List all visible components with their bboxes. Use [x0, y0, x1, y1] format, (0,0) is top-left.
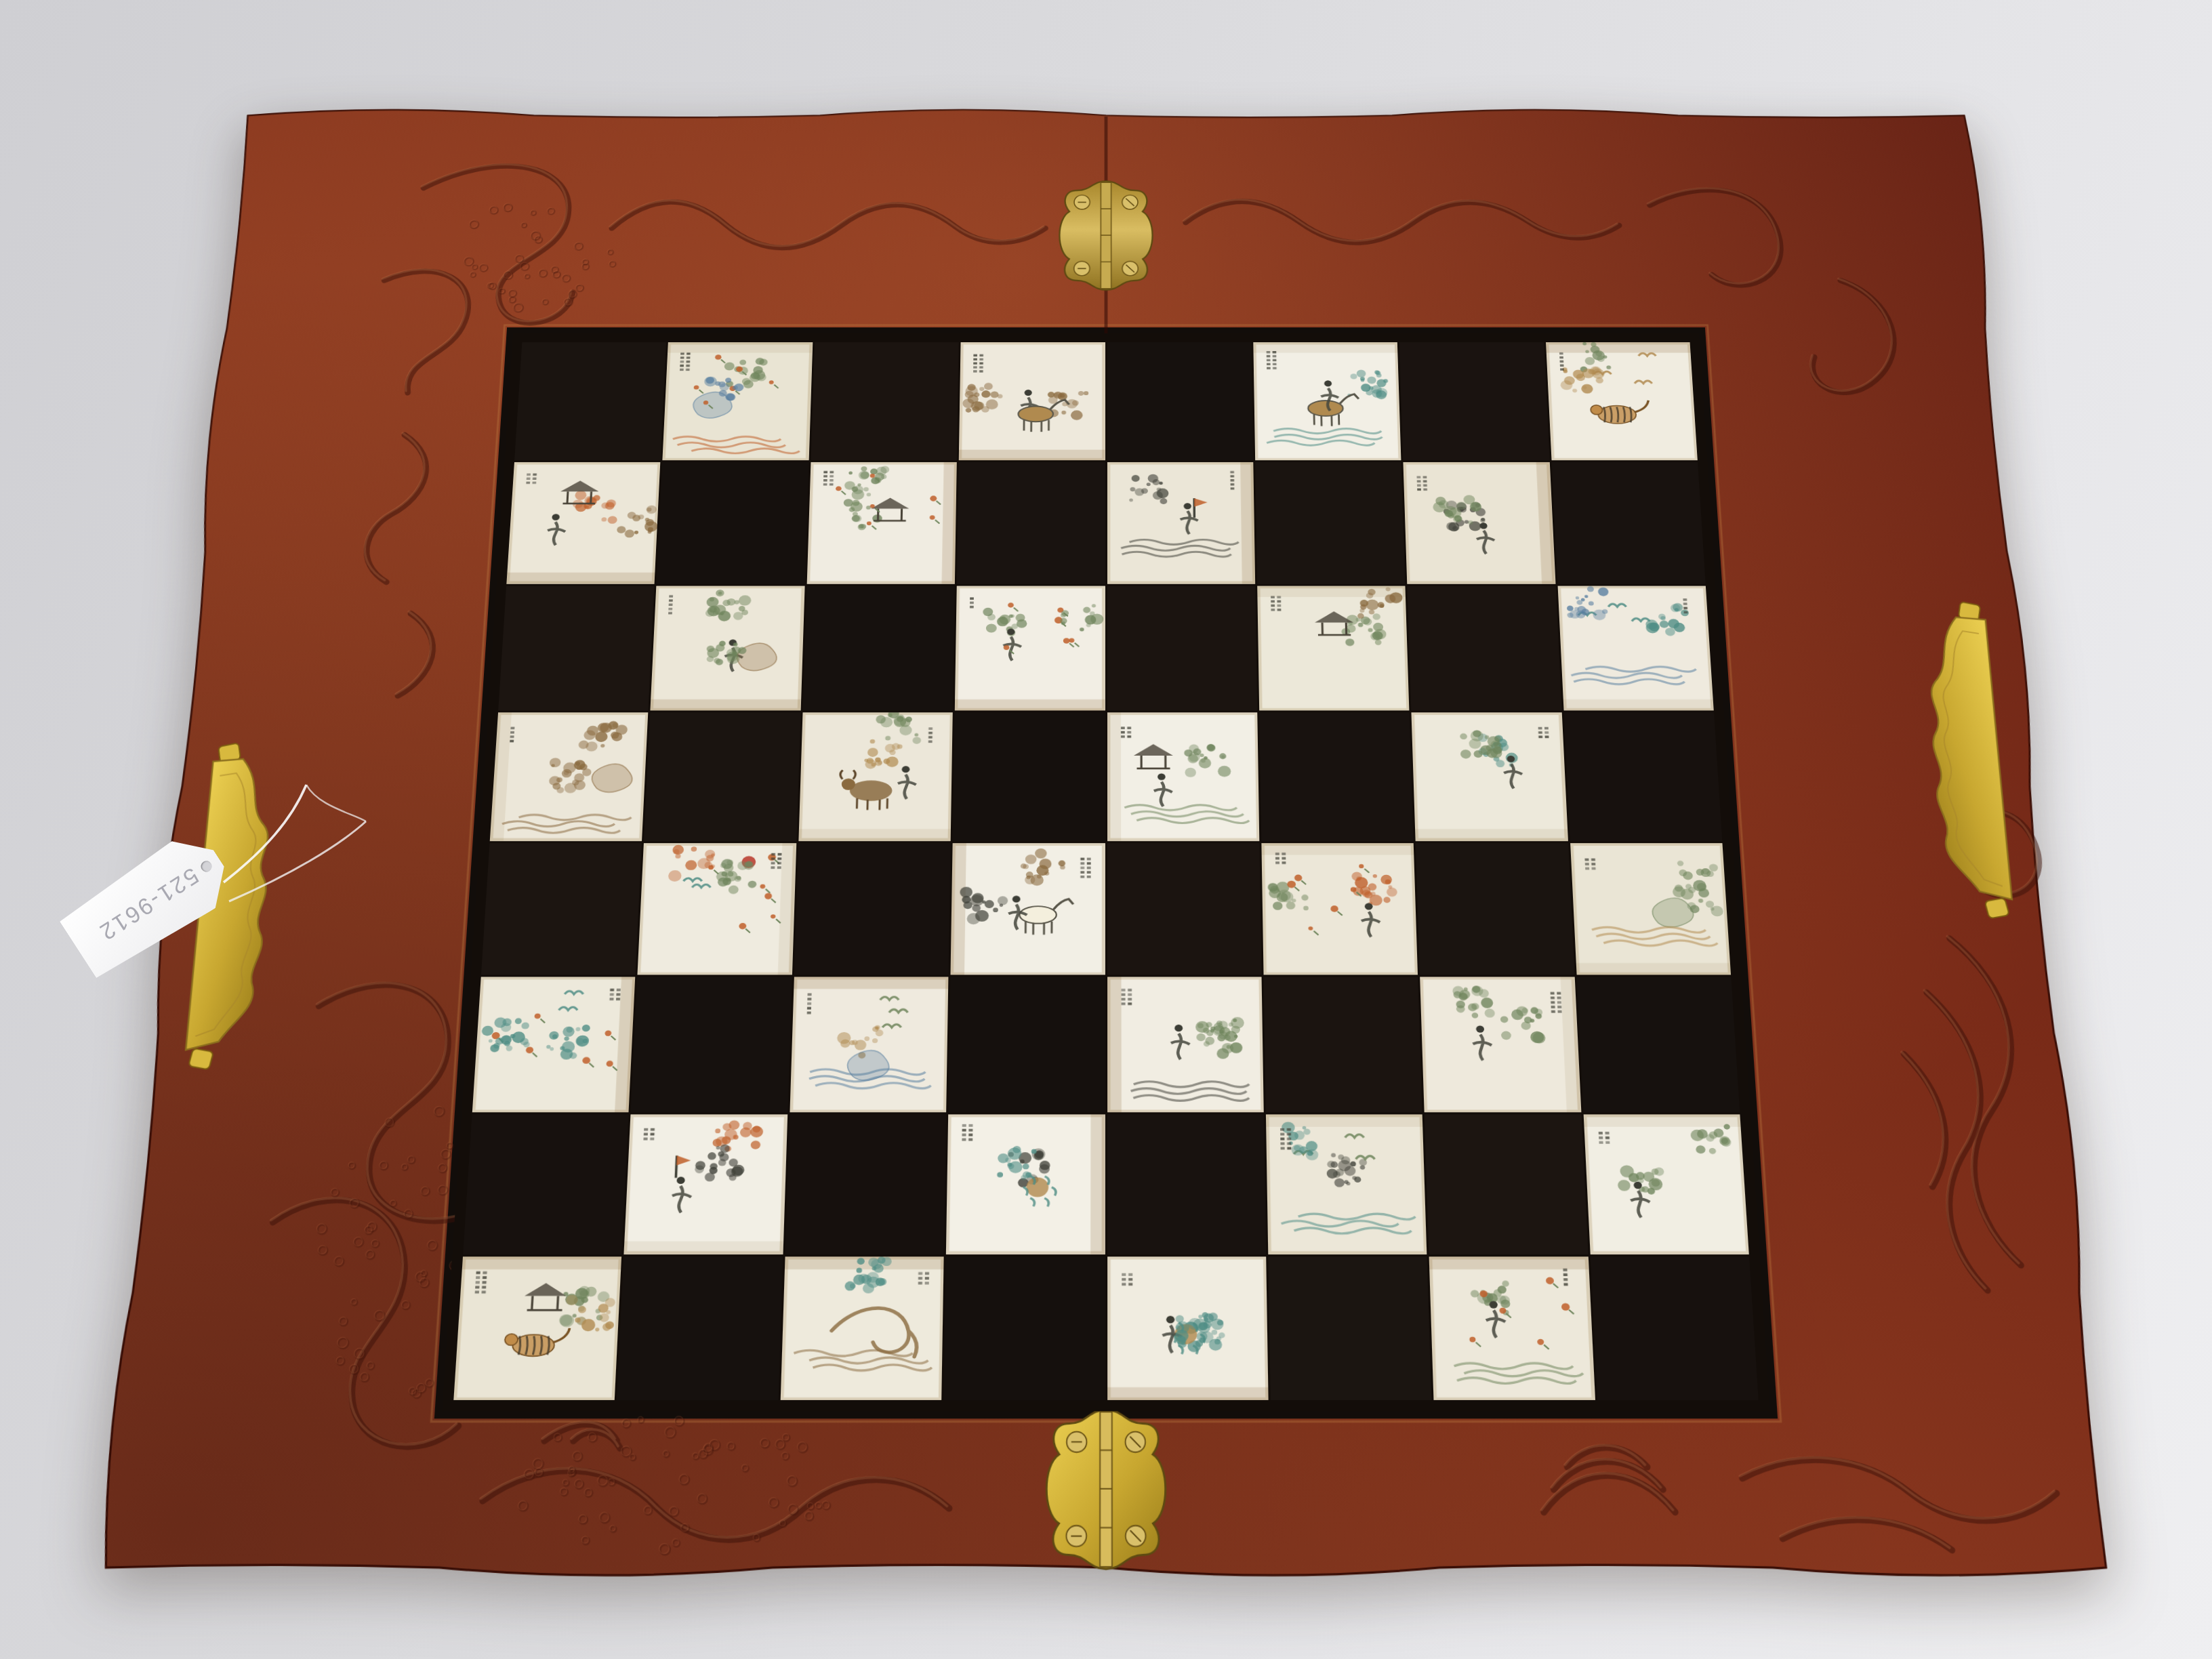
square-d1	[944, 1256, 1105, 1400]
square-b8	[663, 342, 813, 461]
square-a3	[472, 977, 636, 1112]
square-g5	[1412, 712, 1568, 840]
square-d3	[948, 977, 1105, 1112]
tile-painting	[651, 586, 805, 710]
square-g2	[1425, 1115, 1588, 1254]
square-e6	[1107, 586, 1257, 710]
bottom-hinge	[1046, 1410, 1166, 1569]
square-c7	[806, 462, 957, 583]
tile-painting	[806, 462, 957, 583]
square-f3	[1263, 977, 1422, 1112]
square-g1	[1429, 1256, 1595, 1400]
chess-board	[96, 109, 2116, 1577]
square-f2	[1266, 1115, 1427, 1254]
square-h2	[1583, 1115, 1748, 1254]
square-e8	[1107, 342, 1253, 461]
square-h8	[1546, 342, 1698, 461]
square-e4	[1107, 843, 1262, 975]
square-b7	[657, 462, 808, 583]
tile-painting	[472, 977, 636, 1112]
square-b3	[631, 977, 792, 1112]
square-e1	[1107, 1256, 1269, 1400]
photo-background: 521-9612	[0, 0, 2212, 1659]
tag-hole	[199, 859, 213, 874]
square-d2	[946, 1115, 1105, 1254]
square-e3	[1107, 977, 1264, 1112]
square-f1	[1268, 1256, 1431, 1400]
tile-painting	[1420, 977, 1581, 1112]
tile-painting	[1404, 462, 1555, 583]
square-b1	[617, 1256, 783, 1400]
tile-painting	[506, 462, 660, 583]
tile-painting	[1570, 843, 1731, 975]
square-f8	[1253, 342, 1401, 461]
board-grid	[442, 333, 1770, 1411]
tile-painting	[663, 342, 813, 461]
square-h4	[1570, 843, 1731, 975]
tile-painting	[638, 843, 796, 975]
square-a7	[506, 462, 660, 583]
tile-painting	[959, 342, 1105, 461]
top-hinge	[1059, 181, 1153, 290]
square-b5	[644, 712, 800, 840]
square-e7	[1107, 462, 1255, 583]
square-d5	[953, 712, 1105, 840]
square-h1	[1590, 1256, 1758, 1400]
tile-painting	[490, 712, 649, 840]
tile-painting	[624, 1115, 787, 1254]
square-b4	[638, 843, 796, 975]
tile-painting	[946, 1115, 1105, 1254]
square-a6	[498, 586, 655, 710]
square-g3	[1420, 977, 1581, 1112]
square-c4	[794, 843, 951, 975]
square-h5	[1563, 712, 1722, 840]
square-b6	[651, 586, 805, 710]
tile-painting	[453, 1256, 621, 1400]
tile-painting	[1583, 1115, 1748, 1254]
square-f6	[1257, 586, 1410, 710]
square-d7	[957, 462, 1105, 583]
tile-painting	[1107, 462, 1255, 583]
square-c3	[790, 977, 948, 1112]
tile-painting	[1107, 977, 1264, 1112]
square-g6	[1408, 586, 1562, 710]
square-a4	[481, 843, 642, 975]
square-c1	[780, 1256, 943, 1400]
square-d6	[955, 586, 1105, 710]
square-a5	[490, 712, 649, 840]
square-b2	[624, 1115, 787, 1254]
square-h3	[1576, 977, 1740, 1112]
tile-painting	[1257, 586, 1410, 710]
tile-painting	[1266, 1115, 1427, 1254]
square-f4	[1261, 843, 1418, 975]
square-e5	[1107, 712, 1259, 840]
tile-painting	[798, 712, 953, 840]
tile-painting	[1107, 712, 1259, 840]
square-c2	[785, 1115, 946, 1254]
square-e2	[1107, 1115, 1266, 1254]
tile-painting	[951, 843, 1105, 975]
tile-painting	[1546, 342, 1698, 461]
square-h7	[1551, 462, 1705, 583]
square-h6	[1557, 586, 1714, 710]
square-c5	[798, 712, 953, 840]
tile-painting	[780, 1256, 943, 1400]
square-c8	[811, 342, 959, 461]
square-g8	[1399, 342, 1549, 461]
tile-painting	[1107, 1256, 1269, 1400]
square-g7	[1404, 462, 1555, 583]
square-a1	[453, 1256, 621, 1400]
tile-painting	[790, 977, 948, 1112]
tile-painting	[1412, 712, 1568, 840]
square-a8	[514, 342, 666, 461]
tile-painting	[955, 586, 1105, 710]
square-c6	[802, 586, 955, 710]
square-f7	[1255, 462, 1406, 583]
square-g4	[1416, 843, 1574, 975]
tile-painting	[1429, 1256, 1595, 1400]
square-d4	[951, 843, 1105, 975]
square-a2	[463, 1115, 628, 1254]
square-f5	[1259, 712, 1414, 840]
tile-painting	[1557, 586, 1714, 710]
tile-painting	[1253, 342, 1401, 461]
tile-painting	[1261, 843, 1418, 975]
square-d8	[959, 342, 1105, 461]
